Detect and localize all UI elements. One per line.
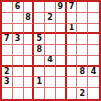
sudoku-cell-empty[interactable] xyxy=(34,2,45,13)
sudoku-cell-given: 9 xyxy=(56,2,67,13)
sudoku-cell-empty[interactable] xyxy=(24,45,35,56)
sudoku-cell-empty[interactable] xyxy=(13,24,24,35)
sudoku-cell-given: 1 xyxy=(34,77,45,88)
sudoku-cell-empty[interactable] xyxy=(34,56,45,67)
sudoku-cell-empty[interactable] xyxy=(24,24,35,35)
sudoku-cell-given: 8 xyxy=(24,13,35,24)
sudoku-cell-empty[interactable] xyxy=(34,13,45,24)
sudoku-cell-empty[interactable] xyxy=(88,13,99,24)
sudoku-cell-empty[interactable] xyxy=(88,2,99,13)
sudoku-cell-empty[interactable] xyxy=(77,34,88,45)
sudoku-cell-empty[interactable] xyxy=(56,45,67,56)
sudoku-cell-empty[interactable] xyxy=(13,88,24,99)
sudoku-cell-empty[interactable] xyxy=(24,67,35,78)
sudoku-cell-empty[interactable] xyxy=(67,34,78,45)
sudoku-cell-empty[interactable] xyxy=(88,45,99,56)
sudoku-cell-empty[interactable] xyxy=(77,45,88,56)
sudoku-cell-empty[interactable] xyxy=(13,56,24,67)
sudoku-cell-empty[interactable] xyxy=(13,45,24,56)
sudoku-cell-given: 8 xyxy=(34,45,45,56)
sudoku-cell-given: 7 xyxy=(2,34,13,45)
sudoku-cell-empty[interactable] xyxy=(67,56,78,67)
sudoku-cell-empty[interactable] xyxy=(77,56,88,67)
sudoku-cell-given: 5 xyxy=(34,34,45,45)
sudoku-cell-empty[interactable] xyxy=(24,77,35,88)
sudoku-cell-empty[interactable] xyxy=(2,2,13,13)
sudoku-cell-empty[interactable] xyxy=(45,24,56,35)
sudoku-cell-empty[interactable] xyxy=(56,24,67,35)
sudoku-cell-empty[interactable] xyxy=(77,13,88,24)
sudoku-cell-empty[interactable] xyxy=(45,45,56,56)
sudoku-cell-empty[interactable] xyxy=(67,67,78,78)
sudoku-cell-empty[interactable] xyxy=(56,34,67,45)
sudoku-cell-empty[interactable] xyxy=(56,67,67,78)
sudoku-cell-empty[interactable] xyxy=(45,88,56,99)
sudoku-cell-empty[interactable] xyxy=(13,13,24,24)
sudoku-cell-empty[interactable] xyxy=(67,77,78,88)
sudoku-cell-empty[interactable] xyxy=(34,24,45,35)
sudoku-cell-empty[interactable] xyxy=(88,77,99,88)
sudoku-cell-empty[interactable] xyxy=(2,24,13,35)
sudoku-cell-given: 3 xyxy=(13,34,24,45)
sudoku-cell-given: 4 xyxy=(45,56,56,67)
sudoku-cell-given: 2 xyxy=(77,88,88,99)
sudoku-cell-empty[interactable] xyxy=(77,77,88,88)
sudoku-cell-empty[interactable] xyxy=(34,67,45,78)
sudoku-cell-empty[interactable] xyxy=(13,67,24,78)
sudoku-grid: 69782173584284312 xyxy=(0,0,101,101)
sudoku-cell-empty[interactable] xyxy=(88,34,99,45)
sudoku-cell-given: 6 xyxy=(13,2,24,13)
sudoku-cell-given: 2 xyxy=(2,67,13,78)
sudoku-cell-empty[interactable] xyxy=(56,56,67,67)
sudoku-cell-empty[interactable] xyxy=(34,88,45,99)
sudoku-cell-empty[interactable] xyxy=(88,56,99,67)
sudoku-cell-given: 3 xyxy=(2,77,13,88)
sudoku-cell-empty[interactable] xyxy=(88,24,99,35)
sudoku-cell-empty[interactable] xyxy=(45,77,56,88)
sudoku-cell-empty[interactable] xyxy=(45,67,56,78)
sudoku-cell-empty[interactable] xyxy=(45,2,56,13)
sudoku-cell-empty[interactable] xyxy=(24,2,35,13)
sudoku-cell-empty[interactable] xyxy=(13,77,24,88)
sudoku-cell-empty[interactable] xyxy=(56,13,67,24)
sudoku-cell-given: 7 xyxy=(67,2,78,13)
sudoku-cell-given: 4 xyxy=(88,67,99,78)
sudoku-cell-empty[interactable] xyxy=(67,88,78,99)
sudoku-cell-empty[interactable] xyxy=(77,24,88,35)
sudoku-cell-empty[interactable] xyxy=(77,2,88,13)
sudoku-cell-given: 8 xyxy=(77,67,88,78)
sudoku-cell-empty[interactable] xyxy=(2,56,13,67)
sudoku-cell-empty[interactable] xyxy=(24,34,35,45)
sudoku-cell-empty[interactable] xyxy=(24,56,35,67)
sudoku-cell-empty[interactable] xyxy=(88,88,99,99)
sudoku-cell-empty[interactable] xyxy=(56,77,67,88)
sudoku-cell-empty[interactable] xyxy=(2,45,13,56)
sudoku-cell-empty[interactable] xyxy=(67,13,78,24)
sudoku-cell-empty[interactable] xyxy=(2,13,13,24)
sudoku-cell-empty[interactable] xyxy=(24,88,35,99)
sudoku-cell-given: 1 xyxy=(67,24,78,35)
sudoku-cell-empty[interactable] xyxy=(67,45,78,56)
sudoku-cell-empty[interactable] xyxy=(2,88,13,99)
sudoku-cell-empty[interactable] xyxy=(56,88,67,99)
sudoku-cell-given: 2 xyxy=(45,13,56,24)
sudoku-cell-empty[interactable] xyxy=(45,34,56,45)
